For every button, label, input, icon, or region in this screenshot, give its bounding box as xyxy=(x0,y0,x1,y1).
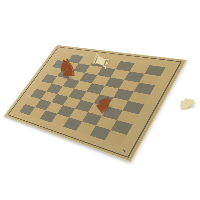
white-knight-fallen-offboard[interactable]: ♞ xyxy=(177,94,198,114)
dark-knight-standing[interactable]: ♞ xyxy=(57,56,79,80)
photo-stage: ♜♞♞♞ xyxy=(0,0,200,200)
